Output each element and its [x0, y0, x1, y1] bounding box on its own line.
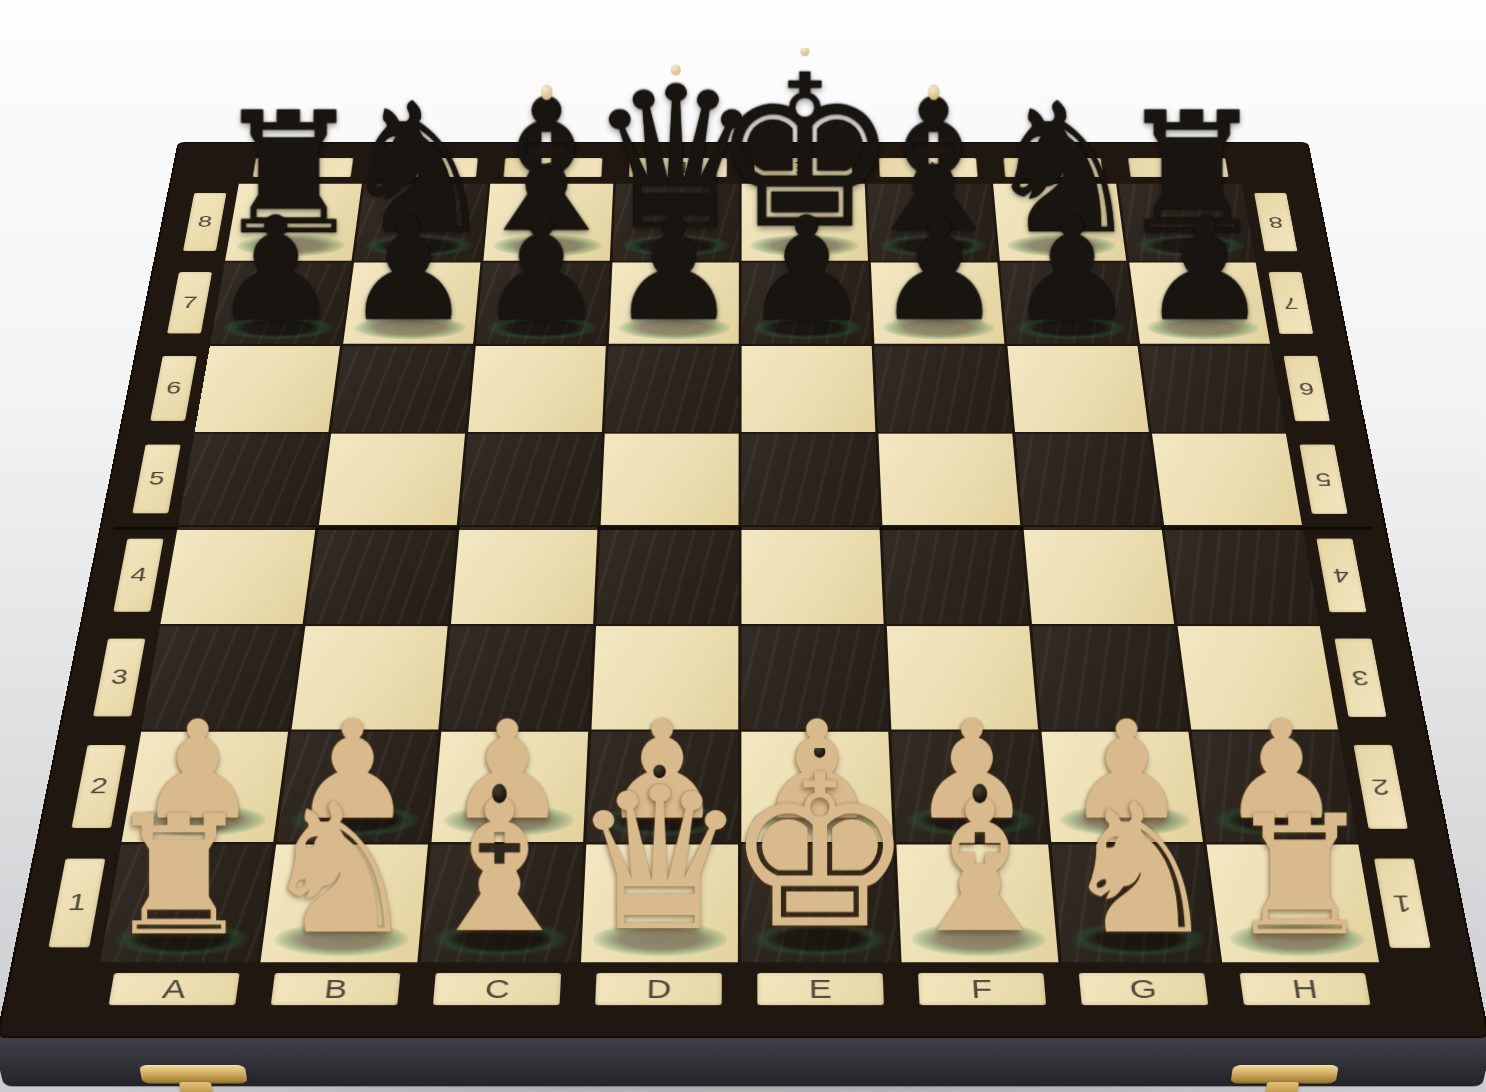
rank-label-left-3-cell: 3 — [81, 626, 157, 729]
finial-tip — [541, 85, 553, 101]
square-h7: ♟ — [1129, 262, 1270, 343]
file-label-bottom-c-cell: C — [416, 965, 577, 1013]
square-g4 — [1023, 527, 1174, 624]
file-label-bottom-a-cell: A — [91, 965, 257, 1013]
square-f5 — [878, 434, 1020, 525]
piece-shadow — [878, 235, 988, 257]
finial-tip — [928, 85, 940, 101]
square-c6 — [468, 346, 606, 432]
rank-label-right-1-cell: 1 — [1362, 845, 1444, 963]
file-label-bottom-f: F — [918, 973, 1047, 1005]
file-label-bottom-e: E — [757, 973, 884, 1005]
rank-label-left-8: 8 — [183, 193, 226, 251]
square-d8: ♛ — [613, 184, 739, 261]
piece-shadow — [597, 805, 727, 836]
piece-shadow — [1014, 316, 1128, 339]
piece-shadow — [1006, 235, 1117, 257]
square-a7: ♟ — [210, 262, 351, 343]
piece-shadow — [1069, 923, 1207, 957]
file-label-top-f: F — [878, 158, 977, 177]
rank-label-left-1-cell: 1 — [35, 845, 117, 963]
file-label-top-e-cell: E — [742, 153, 865, 182]
square-h1: ♜ — [1207, 845, 1380, 963]
square-g7: ♟ — [1000, 262, 1137, 343]
square-d7: ♟ — [609, 262, 739, 343]
piece-shadow — [911, 923, 1047, 957]
piece-shadow — [288, 805, 421, 836]
frame-corner — [25, 965, 96, 1013]
square-e6 — [742, 346, 876, 432]
square-a4 — [160, 527, 315, 624]
piece-shadow — [1212, 805, 1346, 836]
square-h4 — [1164, 527, 1319, 624]
square-g2: ♟ — [1042, 732, 1203, 842]
file-label-top-b: B — [378, 158, 478, 177]
square-b7: ♟ — [343, 262, 480, 343]
rank-label-right-8-cell: 8 — [1244, 184, 1307, 261]
square-e8: ♚ — [742, 184, 868, 261]
square-h3 — [1178, 626, 1338, 729]
piece-shadow — [220, 316, 335, 339]
file-label-bottom-g: G — [1079, 973, 1209, 1005]
piece-shadow — [1058, 805, 1191, 836]
rank-label-right-5: 5 — [1299, 444, 1347, 513]
square-c7: ♟ — [476, 262, 610, 343]
square-b6 — [331, 346, 473, 432]
square-c4 — [451, 527, 598, 624]
photo-scene: ABCDEFGH8♜♞♝♛♚♝♞♜87♟♟♟♟♟♟♟♟7665544332♟♟♟… — [0, 0, 1486, 1092]
square-d1: ♛ — [581, 845, 738, 963]
rank-label-left-7: 7 — [167, 272, 212, 334]
piece-shadow — [1228, 923, 1367, 957]
file-label-top-g: G — [1003, 158, 1103, 177]
square-c3 — [442, 626, 593, 729]
square-c2: ♟ — [431, 732, 588, 842]
finial-tip — [800, 46, 809, 56]
file-label-top-a-cell: A — [239, 153, 366, 182]
rank-label-left-6: 6 — [150, 356, 197, 421]
file-label-bottom-g-cell: G — [1062, 965, 1225, 1013]
square-e5 — [742, 434, 880, 525]
file-label-bottom-h: H — [1239, 973, 1370, 1005]
piece-shadow — [493, 235, 603, 257]
rank-label-left-1: 1 — [48, 858, 105, 948]
file-label-bottom-d-cell: D — [579, 965, 738, 1013]
file-label-bottom-d: D — [595, 973, 722, 1005]
file-label-top-d-cell: D — [616, 153, 739, 182]
file-label-bottom-e-cell: E — [741, 965, 900, 1013]
file-label-top-c-cell: C — [490, 153, 614, 182]
clasp-right-tab — [1265, 1082, 1299, 1092]
square-d5 — [601, 434, 739, 525]
square-a1: ♜ — [100, 845, 273, 963]
square-f3 — [887, 626, 1038, 729]
file-label-top-h-cell: H — [1115, 153, 1242, 182]
piece-shadow — [443, 805, 575, 836]
rank-label-left-4: 4 — [113, 538, 163, 612]
file-label-top-g-cell: G — [990, 153, 1116, 182]
piece-shadow — [272, 923, 410, 957]
piece-shadow — [622, 235, 731, 257]
piece-shadow — [133, 805, 268, 836]
rank-label-right-7-cell: 7 — [1258, 262, 1323, 343]
square-h8: ♜ — [1119, 184, 1256, 261]
file-label-bottom-a: A — [108, 973, 239, 1005]
rank-label-left-3: 3 — [93, 638, 145, 717]
square-a8: ♜ — [225, 184, 362, 261]
file-label-top-f-cell: F — [866, 153, 990, 182]
file-label-top-c: C — [503, 158, 602, 177]
square-g8: ♞ — [993, 184, 1126, 261]
square-d6 — [605, 346, 739, 432]
square-f8: ♝ — [867, 184, 997, 261]
piece-shadow — [1134, 235, 1246, 257]
rank-label-right-7: 7 — [1268, 272, 1313, 334]
rank-label-right-6: 6 — [1283, 356, 1330, 421]
piece-shadow — [112, 923, 251, 957]
square-a6 — [195, 346, 340, 432]
square-b1: ♞ — [260, 845, 428, 963]
frame-corner — [1383, 965, 1454, 1013]
rank-label-left-5: 5 — [132, 444, 180, 513]
square-b4 — [306, 527, 457, 624]
square-e1: ♚ — [741, 845, 898, 963]
square-a3 — [142, 626, 303, 729]
square-g6 — [1007, 346, 1148, 432]
square-f7: ♟ — [871, 262, 1005, 343]
square-b3 — [292, 626, 448, 729]
piece-shadow — [235, 235, 347, 257]
rank-label-right-1: 1 — [1374, 858, 1431, 948]
square-h5 — [1152, 434, 1302, 525]
square-f6 — [874, 346, 1012, 432]
piece-shadow — [485, 316, 598, 339]
piece-shadow — [752, 805, 882, 836]
piece-shadow — [353, 316, 467, 339]
rank-label-right-8: 8 — [1254, 193, 1297, 251]
rank-label-right-2: 2 — [1354, 745, 1408, 829]
file-label-bottom-b-cell: B — [254, 965, 417, 1013]
square-f1: ♝ — [896, 845, 1058, 963]
square-f2: ♟ — [891, 732, 1047, 842]
file-label-bottom-f-cell: F — [902, 965, 1063, 1013]
box-front-edge — [0, 1036, 1486, 1086]
rank-label-right-4: 4 — [1316, 538, 1366, 612]
square-e2: ♟ — [741, 732, 893, 842]
piece-shadow — [364, 235, 475, 257]
square-a2: ♟ — [122, 732, 288, 842]
square-c1: ♝ — [421, 845, 583, 963]
square-e4 — [741, 527, 883, 624]
square-d3 — [591, 626, 738, 729]
rank-label-left-2: 2 — [71, 745, 126, 829]
square-c8: ♝ — [483, 184, 613, 261]
clasp-left — [139, 1065, 248, 1086]
file-label-top-b-cell: B — [365, 153, 491, 182]
clasp-left-bar — [139, 1065, 248, 1084]
chess-board: ABCDEFGH8♜♞♝♛♚♝♞♜87♟♟♟♟♟♟♟♟7665544332♟♟♟… — [0, 143, 1486, 1036]
file-label-top-h: H — [1128, 158, 1229, 177]
file-label-bottom-b: B — [271, 973, 401, 1005]
rank-label-right-3: 3 — [1334, 638, 1386, 717]
square-g5 — [1015, 434, 1161, 525]
clasp-right-bar — [1230, 1065, 1339, 1084]
piece-shadow — [882, 316, 995, 339]
square-d4 — [596, 527, 738, 624]
square-g1: ♞ — [1051, 845, 1218, 963]
piece-shadow — [750, 235, 859, 257]
square-b8: ♞ — [354, 184, 487, 261]
piece-shadow — [432, 923, 568, 957]
piece-shadow — [1145, 316, 1260, 339]
rank-label-right-3-cell: 3 — [1323, 626, 1399, 729]
square-e3 — [741, 626, 888, 729]
piece-shadow — [592, 923, 727, 957]
square-a5 — [178, 434, 328, 525]
file-label-top-e: E — [754, 158, 852, 177]
file-label-bottom-c: C — [433, 973, 562, 1005]
square-c5 — [460, 434, 602, 525]
square-h2: ♟ — [1192, 732, 1358, 842]
clasp-right — [1230, 1065, 1339, 1086]
square-d2: ♟ — [586, 732, 738, 842]
square-f4 — [882, 527, 1028, 624]
piece-shadow — [752, 923, 887, 957]
clasp-left-tab — [179, 1082, 213, 1092]
square-g3 — [1032, 626, 1188, 729]
file-label-top-a: A — [252, 158, 353, 177]
piece-shadow — [751, 316, 863, 339]
piece-shadow — [905, 805, 1037, 836]
square-b2: ♟ — [277, 732, 439, 842]
square-e7: ♟ — [742, 262, 872, 343]
file-label-bottom-h-cell: H — [1223, 965, 1389, 1013]
finial-tip — [671, 65, 681, 76]
board-grid: ABCDEFGH8♜♞♝♛♚♝♞♜87♟♟♟♟♟♟♟♟7665544332♟♟♟… — [0, 143, 1486, 1036]
file-label-top-d: D — [629, 158, 727, 177]
frame-corner — [1239, 153, 1292, 182]
square-h6 — [1140, 346, 1285, 432]
piece-shadow — [618, 316, 730, 339]
frame-corner — [188, 153, 241, 182]
square-b5 — [319, 434, 465, 525]
